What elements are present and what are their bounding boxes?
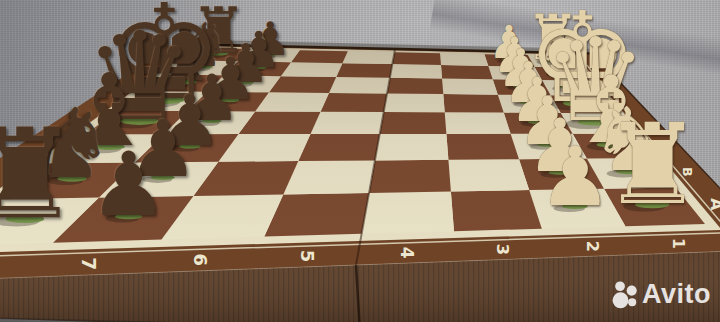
coordinate-number-7: 7 bbox=[78, 257, 99, 270]
coordinate-letter-a: A bbox=[707, 198, 720, 210]
avito-watermark-text: Avito bbox=[642, 279, 711, 310]
coordinate-letter-b: B bbox=[680, 167, 695, 177]
coordinate-number-5: 5 bbox=[297, 250, 317, 262]
avito-logo-icon bbox=[604, 278, 639, 311]
coordinate-number-6: 6 bbox=[190, 254, 211, 267]
coordinate-number-3: 3 bbox=[493, 244, 512, 255]
coordinate-number-1: 1 bbox=[669, 238, 687, 249]
chess-board: 87654321AB bbox=[0, 0, 720, 322]
chess-set-photo: 87654321AB ♜♞♝♛♚♝♞♜♟♟♟♟♟♟♟♟♟♟♟♟♟♟♟♟♜♞♝♛♚… bbox=[0, 0, 720, 322]
coordinate-number-2: 2 bbox=[583, 241, 602, 252]
coordinate-number-4: 4 bbox=[397, 247, 417, 259]
avito-watermark: Avito bbox=[604, 278, 711, 311]
